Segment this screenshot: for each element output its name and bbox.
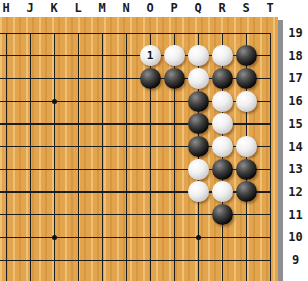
stone-black[interactable] [236,45,257,66]
star-point [52,235,57,240]
stone-white[interactable] [236,136,257,157]
row-label: 15 [284,116,307,132]
stone-black[interactable] [188,113,209,134]
stone-black[interactable] [236,68,257,89]
row-label: 11 [284,207,307,223]
grid-line-vertical [30,33,31,281]
stone-black[interactable] [236,159,257,180]
column-label: L [69,0,87,16]
column-label: O [141,0,159,16]
stone-black[interactable] [212,159,233,180]
move-number-label: 1 [140,45,161,66]
row-label: 10 [284,229,307,245]
stone-white[interactable] [212,91,233,112]
row-label: 12 [284,184,307,200]
row-label: 19 [284,25,307,41]
grid-line-horizontal [0,33,271,34]
stone-white[interactable] [212,136,233,157]
grid-line-horizontal [0,237,271,238]
board-edge-shadow [278,20,283,281]
row-label: 9 [284,252,307,268]
stone-white[interactable] [212,113,233,134]
star-point [52,99,57,104]
stone-black[interactable] [188,136,209,157]
column-label: P [165,0,183,16]
stone-black[interactable] [212,68,233,89]
column-label: S [237,0,255,16]
row-label: 14 [284,139,307,155]
grid-line-vertical [6,33,7,281]
grid-line-vertical [78,33,79,281]
stone-black[interactable] [236,181,257,202]
stone-white[interactable] [212,181,233,202]
column-label: K [45,0,63,16]
row-label: 16 [284,93,307,109]
go-diagram-screen: HJKLMNOPQRST 191817161514131211109 1 [0,0,308,281]
grid-line-vertical [54,33,55,281]
column-label: H [0,0,15,16]
stone-white[interactable] [188,159,209,180]
row-label: 17 [284,70,307,86]
grid-line-vertical [270,33,271,281]
stone-black[interactable] [140,68,161,89]
stone-black[interactable] [188,91,209,112]
stone-white[interactable] [188,181,209,202]
stone-white[interactable] [212,45,233,66]
stone-white[interactable] [236,91,257,112]
row-label: 18 [284,48,307,64]
stone-black[interactable] [212,204,233,225]
star-point [196,235,201,240]
column-label: R [213,0,231,16]
column-label: J [21,0,39,16]
grid-line-horizontal [0,260,271,261]
stone-white[interactable] [188,45,209,66]
column-label: M [93,0,111,16]
grid-line-vertical [102,33,103,281]
stone-white[interactable] [164,45,185,66]
column-label: T [261,0,279,16]
column-label: N [117,0,135,16]
column-label: Q [189,0,207,16]
stone-white[interactable] [188,68,209,89]
stone-black[interactable] [164,68,185,89]
grid-line-vertical [126,33,127,281]
stone-white[interactable]: 1 [140,45,161,66]
row-label: 13 [284,161,307,177]
